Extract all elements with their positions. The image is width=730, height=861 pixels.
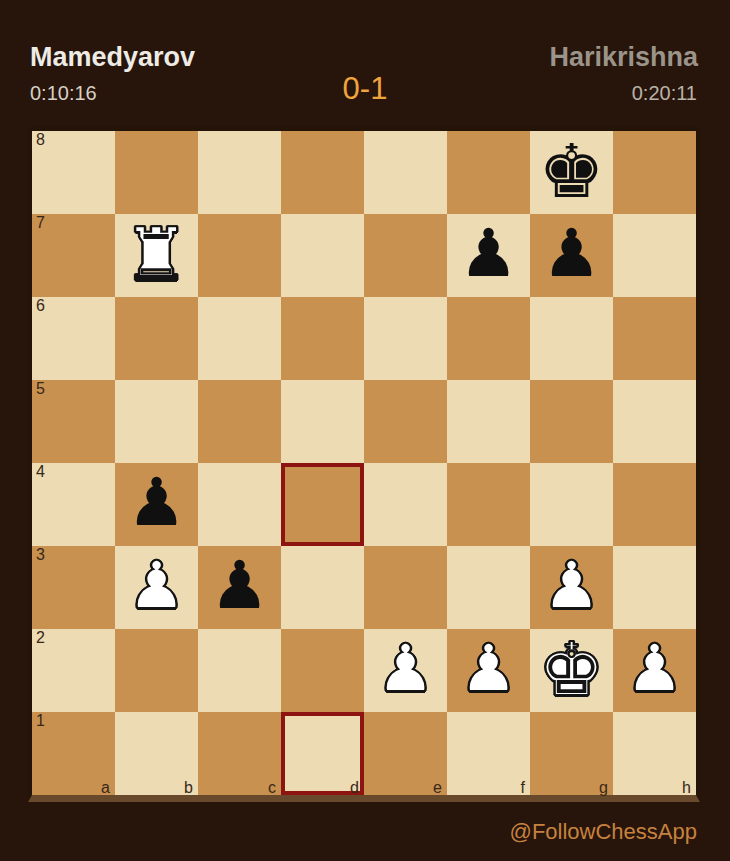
square-c7[interactable] (198, 214, 281, 297)
square-f5[interactable] (447, 380, 530, 463)
square-c2[interactable] (198, 629, 281, 712)
square-d3[interactable] (281, 546, 364, 629)
square-a7[interactable]: 7 (32, 214, 115, 297)
square-d7[interactable] (281, 214, 364, 297)
file-label-f: f (521, 779, 525, 796)
square-h7[interactable] (613, 214, 696, 297)
file-label-c: c (268, 779, 276, 796)
square-f1[interactable]: f (447, 712, 530, 795)
square-g7[interactable]: ♟ (530, 214, 613, 297)
app-credit: @FollowChessApp (510, 819, 697, 845)
rank-label-1: 1 (36, 712, 45, 730)
square-a2[interactable]: 2 (32, 629, 115, 712)
square-g2[interactable]: ♚ (530, 629, 613, 712)
square-c4[interactable] (198, 463, 281, 546)
square-a6[interactable]: 6 (32, 297, 115, 380)
square-b8[interactable] (115, 131, 198, 214)
white-king-g2[interactable]: ♚ (538, 632, 604, 706)
rank-label-2: 2 (36, 629, 45, 647)
square-e4[interactable] (364, 463, 447, 546)
square-f4[interactable] (447, 463, 530, 546)
square-f8[interactable] (447, 131, 530, 214)
square-e7[interactable] (364, 214, 447, 297)
square-g5[interactable] (530, 380, 613, 463)
square-a4[interactable]: 4 (32, 463, 115, 546)
white-player-name: Mamedyarov (30, 41, 195, 73)
square-a3[interactable]: 3 (32, 546, 115, 629)
square-b4[interactable]: ♟ (115, 463, 198, 546)
square-f3[interactable] (447, 546, 530, 629)
square-h3[interactable] (613, 546, 696, 629)
square-d6[interactable] (281, 297, 364, 380)
black-player-clock: 0:20:11 (632, 81, 697, 105)
square-e2[interactable]: ♟ (364, 629, 447, 712)
square-e6[interactable] (364, 297, 447, 380)
square-c3[interactable]: ♟ (198, 546, 281, 629)
rank-label-5: 5 (36, 380, 45, 398)
square-b1[interactable]: b (115, 712, 198, 795)
square-e5[interactable] (364, 380, 447, 463)
file-label-e: e (433, 779, 442, 796)
black-pawn-f7[interactable]: ♟ (459, 221, 518, 287)
white-pawn-e2[interactable]: ♟ (376, 636, 435, 702)
square-g4[interactable] (530, 463, 613, 546)
square-f6[interactable] (447, 297, 530, 380)
chess-board-frame: 8♚7♜♟♟654♟3♟♟♟2♟♟♚♟1abcdefgh (28, 127, 700, 802)
square-b6[interactable] (115, 297, 198, 380)
file-label-b: b (184, 779, 193, 796)
white-pawn-g3[interactable]: ♟ (542, 553, 601, 619)
square-d2[interactable] (281, 629, 364, 712)
square-e8[interactable] (364, 131, 447, 214)
white-pawn-b3[interactable]: ♟ (127, 553, 186, 619)
file-label-a: a (101, 779, 110, 796)
square-d4[interactable] (281, 463, 364, 546)
rank-label-4: 4 (36, 463, 45, 481)
square-d1[interactable]: d (281, 712, 364, 795)
square-f7[interactable]: ♟ (447, 214, 530, 297)
rank-label-7: 7 (36, 214, 45, 232)
white-pawn-h2[interactable]: ♟ (625, 636, 684, 702)
square-g6[interactable] (530, 297, 613, 380)
white-pawn-f2[interactable]: ♟ (459, 636, 518, 702)
black-player-name: Harikrishna (549, 41, 698, 73)
file-label-d: d (350, 779, 359, 796)
white-rook-b7[interactable]: ♜ (123, 217, 189, 291)
square-e1[interactable]: e (364, 712, 447, 795)
square-a8[interactable]: 8 (32, 131, 115, 214)
square-h2[interactable]: ♟ (613, 629, 696, 712)
chess-board: 8♚7♜♟♟654♟3♟♟♟2♟♟♚♟1abcdefgh (32, 131, 696, 795)
square-d8[interactable] (281, 131, 364, 214)
square-g3[interactable]: ♟ (530, 546, 613, 629)
square-a1[interactable]: 1a (32, 712, 115, 795)
square-d5[interactable] (281, 380, 364, 463)
file-label-h: h (682, 779, 691, 796)
square-b7[interactable]: ♜ (115, 214, 198, 297)
square-c8[interactable] (198, 131, 281, 214)
square-h8[interactable] (613, 131, 696, 214)
square-h6[interactable] (613, 297, 696, 380)
square-c6[interactable] (198, 297, 281, 380)
square-h5[interactable] (613, 380, 696, 463)
game-result: 0-1 (0, 72, 730, 106)
square-h1[interactable]: h (613, 712, 696, 795)
square-b5[interactable] (115, 380, 198, 463)
black-king-g8[interactable]: ♚ (538, 134, 604, 208)
square-b2[interactable] (115, 629, 198, 712)
square-e3[interactable] (364, 546, 447, 629)
square-a5[interactable]: 5 (32, 380, 115, 463)
square-c1[interactable]: c (198, 712, 281, 795)
square-h4[interactable] (613, 463, 696, 546)
square-g1[interactable]: g (530, 712, 613, 795)
square-f2[interactable]: ♟ (447, 629, 530, 712)
rank-label-3: 3 (36, 546, 45, 564)
black-pawn-g7[interactable]: ♟ (542, 221, 601, 287)
rank-label-6: 6 (36, 297, 45, 315)
square-c5[interactable] (198, 380, 281, 463)
black-pawn-c3[interactable]: ♟ (210, 553, 269, 619)
square-b3[interactable]: ♟ (115, 546, 198, 629)
black-pawn-b4[interactable]: ♟ (127, 470, 186, 536)
rank-label-8: 8 (36, 131, 45, 149)
square-g8[interactable]: ♚ (530, 131, 613, 214)
file-label-g: g (599, 779, 608, 796)
